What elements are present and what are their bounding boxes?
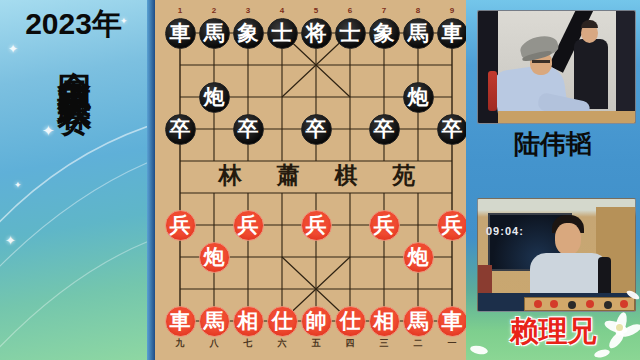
file-number-bottom: 五 [306,337,326,350]
dark-structure-right [616,11,635,123]
file-number-bottom: 四 [340,337,360,350]
river-watermark-char: 苑 [387,160,421,192]
xiangqi-piece-red[interactable]: 車 [165,306,196,337]
file-number-bottom: 九 [170,337,190,350]
xiangqi-piece-red[interactable]: 兵 [301,210,332,241]
file-number-top: 5 [306,6,326,15]
xiangqi-piece-black[interactable]: 象 [369,18,400,49]
broadcast-frame: ✦ ✦ ✦ ✦ ✦ 2023年 全国象棋甲级联赛 123456789九八七六五四… [0,0,640,360]
xiangqi-piece-red[interactable]: 兵 [233,210,264,241]
xiangqi-piece-red[interactable]: 炮 [403,242,434,273]
file-number-bottom: 七 [238,337,258,350]
xiangqi-piece-black[interactable]: 卒 [301,114,332,145]
file-number-bottom: 一 [442,337,462,350]
xiangqi-piece-black[interactable]: 馬 [199,18,230,49]
file-number-top: 8 [408,6,428,15]
xiangqi-piece-red[interactable]: 相 [233,306,264,337]
river-watermark-char: 棋 [329,160,363,192]
opponent-hair [581,20,598,28]
file-number-bottom: 二 [408,337,428,350]
file-number-bottom: 三 [374,337,394,350]
file-number-bottom: 八 [204,337,224,350]
panel-divider [147,0,155,360]
thermos [598,257,611,297]
xiangqi-piece-red[interactable]: 馬 [403,306,434,337]
xiangqi-piece-red[interactable]: 兵 [437,210,468,241]
game-clock: 09:04: [486,225,524,237]
xiangqi-piece-red[interactable]: 兵 [369,210,400,241]
player-photo-bottom: 09:04: [477,198,636,312]
table-edge [498,111,635,123]
player-name-top: 陆伟韬 [466,127,640,162]
glasses [532,60,550,63]
xiangqi-piece-black[interactable]: 士 [335,18,366,49]
file-number-top: 9 [442,6,462,15]
river-watermark-char: 蕭 [271,160,305,192]
red-bottle [488,71,497,111]
file-number-top: 4 [272,6,292,15]
left-banner: ✦ ✦ ✦ ✦ ✦ 2023年 全国象棋甲级联赛 [0,0,147,360]
xiangqi-piece-black[interactable]: 象 [233,18,264,49]
xiangqi-board: 123456789九八七六五四三二一 林蕭棋苑 車馬象士将士象馬車炮炮卒卒卒卒卒… [155,0,466,360]
players-panel: 陆伟韬 09:04: 赖理兄 [466,0,640,360]
file-number-top: 7 [374,6,394,15]
xiangqi-piece-black[interactable]: 車 [437,18,468,49]
xiangqi-piece-red[interactable]: 相 [369,306,400,337]
xiangqi-piece-red[interactable]: 仕 [267,306,298,337]
xiangqi-piece-black[interactable]: 車 [165,18,196,49]
sparkle-icon: ✦ [5,233,16,248]
file-number-top: 3 [238,6,258,15]
xiangqi-piece-black[interactable]: 馬 [403,18,434,49]
xiangqi-piece-red[interactable]: 仕 [335,306,366,337]
xiangqi-piece-red[interactable]: 車 [437,306,468,337]
file-number-top: 2 [204,6,224,15]
xiangqi-piece-black[interactable]: 炮 [199,82,230,113]
xiangqi-piece-black[interactable]: 将 [301,18,332,49]
file-number-top: 1 [170,6,190,15]
xiangqi-piece-red[interactable]: 兵 [165,210,196,241]
xiangqi-piece-red[interactable]: 帥 [301,306,332,337]
xiangqi-piece-red[interactable]: 炮 [199,242,230,273]
player-photo-top [477,10,636,124]
xiangqi-piece-black[interactable]: 士 [267,18,298,49]
xiangqi-piece-black[interactable]: 卒 [165,114,196,145]
xiangqi-piece-black[interactable]: 卒 [369,114,400,145]
tournament-title: 全国象棋甲级联赛 [53,44,97,356]
player-face [555,223,581,255]
event-year: 2023年 [0,4,147,45]
file-number-bottom: 六 [272,337,292,350]
opponent-figure [574,39,608,109]
xiangqi-piece-black[interactable]: 炮 [403,82,434,113]
xiangqi-piece-red[interactable]: 馬 [199,306,230,337]
player-name-bottom: 赖理兄 [466,312,640,352]
xiangqi-piece-black[interactable]: 卒 [437,114,468,145]
table-pieces [534,300,542,308]
file-number-top: 6 [340,6,360,15]
xiangqi-piece-black[interactable]: 卒 [233,114,264,145]
river-watermark-char: 林 [213,160,247,192]
sparkle-icon: ✦ [14,180,22,190]
